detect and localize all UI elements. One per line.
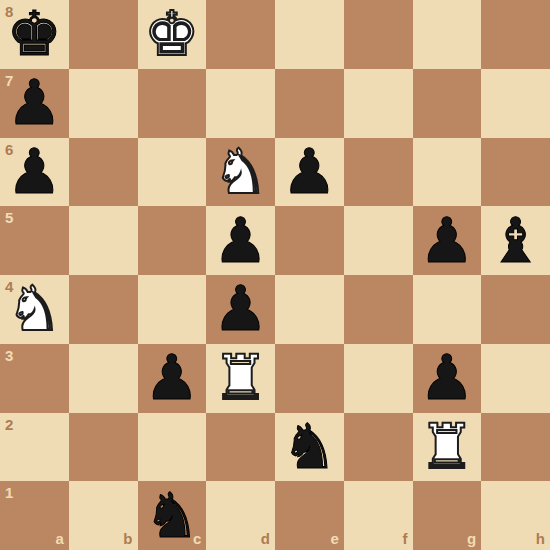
square-c1[interactable]: c♞ [138, 481, 207, 550]
square-g5[interactable]: ♟ [413, 206, 482, 275]
piece-black-pawn-e6[interactable]: ♟ [282, 138, 338, 206]
square-b8[interactable] [69, 0, 138, 69]
square-h8[interactable] [481, 0, 550, 69]
square-e2[interactable]: ♞ [275, 413, 344, 482]
piece-black-bishop-h5[interactable]: ♝ [488, 207, 544, 275]
square-h2[interactable] [481, 413, 550, 482]
chess-board: 8♚♚7♟6♟♞♟5♟♟♝4♞♟3♟♜♟2♞♜1abc♞defgh [0, 0, 550, 550]
piece-black-pawn-d5[interactable]: ♟ [213, 207, 269, 275]
square-g3[interactable]: ♟ [413, 344, 482, 413]
square-b4[interactable] [69, 275, 138, 344]
square-e6[interactable]: ♟ [275, 138, 344, 207]
square-h1[interactable]: h [481, 481, 550, 550]
file-label-f: f [403, 531, 408, 546]
rank-label-1: 1 [5, 485, 13, 500]
piece-black-pawn-c3[interactable]: ♟ [144, 344, 200, 412]
square-d6[interactable]: ♞ [206, 138, 275, 207]
square-b6[interactable] [69, 138, 138, 207]
square-c8[interactable]: ♚ [138, 0, 207, 69]
piece-black-pawn-g3[interactable]: ♟ [419, 344, 475, 412]
square-b2[interactable] [69, 413, 138, 482]
square-c2[interactable] [138, 413, 207, 482]
piece-white-knight-a4[interactable]: ♞ [7, 275, 63, 343]
piece-black-pawn-a6[interactable]: ♟ [7, 138, 63, 206]
file-label-d: d [261, 531, 270, 546]
square-c6[interactable] [138, 138, 207, 207]
piece-black-king-a8[interactable]: ♚ [7, 0, 63, 68]
piece-black-knight-e2[interactable]: ♞ [282, 413, 338, 481]
piece-black-pawn-g5[interactable]: ♟ [419, 207, 475, 275]
square-f2[interactable] [344, 413, 413, 482]
square-d2[interactable] [206, 413, 275, 482]
square-a7[interactable]: 7♟ [0, 69, 69, 138]
square-b3[interactable] [69, 344, 138, 413]
square-a2[interactable]: 2 [0, 413, 69, 482]
square-c5[interactable] [138, 206, 207, 275]
square-f6[interactable] [344, 138, 413, 207]
square-e5[interactable] [275, 206, 344, 275]
rank-label-3: 3 [5, 348, 13, 363]
square-d3[interactable]: ♜ [206, 344, 275, 413]
square-a5[interactable]: 5 [0, 206, 69, 275]
square-f7[interactable] [344, 69, 413, 138]
square-c4[interactable] [138, 275, 207, 344]
square-h7[interactable] [481, 69, 550, 138]
square-b1[interactable]: b [69, 481, 138, 550]
square-g8[interactable] [413, 0, 482, 69]
square-a1[interactable]: 1a [0, 481, 69, 550]
piece-black-pawn-d4[interactable]: ♟ [213, 275, 269, 343]
square-e1[interactable]: e [275, 481, 344, 550]
file-label-e: e [330, 531, 338, 546]
square-g6[interactable] [413, 138, 482, 207]
square-d1[interactable]: d [206, 481, 275, 550]
square-c7[interactable] [138, 69, 207, 138]
square-f3[interactable] [344, 344, 413, 413]
square-f1[interactable]: f [344, 481, 413, 550]
square-g2[interactable]: ♜ [413, 413, 482, 482]
file-label-h: h [536, 531, 545, 546]
square-d4[interactable]: ♟ [206, 275, 275, 344]
square-h3[interactable] [481, 344, 550, 413]
piece-white-rook-d3[interactable]: ♜ [213, 344, 269, 412]
piece-white-knight-d6[interactable]: ♞ [213, 138, 269, 206]
square-h5[interactable]: ♝ [481, 206, 550, 275]
square-a4[interactable]: 4♞ [0, 275, 69, 344]
piece-black-knight-c1[interactable]: ♞ [144, 482, 200, 550]
square-f4[interactable] [344, 275, 413, 344]
square-a3[interactable]: 3 [0, 344, 69, 413]
rank-label-2: 2 [5, 417, 13, 432]
square-c3[interactable]: ♟ [138, 344, 207, 413]
square-a6[interactable]: 6♟ [0, 138, 69, 207]
file-label-b: b [123, 531, 132, 546]
square-e7[interactable] [275, 69, 344, 138]
square-g4[interactable] [413, 275, 482, 344]
piece-white-king-c8[interactable]: ♚ [144, 0, 200, 68]
file-label-g: g [467, 531, 476, 546]
file-label-a: a [55, 531, 63, 546]
piece-black-pawn-a7[interactable]: ♟ [7, 69, 63, 137]
square-d7[interactable] [206, 69, 275, 138]
square-g7[interactable] [413, 69, 482, 138]
square-f5[interactable] [344, 206, 413, 275]
square-h4[interactable] [481, 275, 550, 344]
square-e3[interactable] [275, 344, 344, 413]
square-f8[interactable] [344, 0, 413, 69]
square-g1[interactable]: g [413, 481, 482, 550]
square-d5[interactable]: ♟ [206, 206, 275, 275]
square-e4[interactable] [275, 275, 344, 344]
square-h6[interactable] [481, 138, 550, 207]
square-d8[interactable] [206, 0, 275, 69]
square-e8[interactable] [275, 0, 344, 69]
rank-label-5: 5 [5, 210, 13, 225]
square-b7[interactable] [69, 69, 138, 138]
square-b5[interactable] [69, 206, 138, 275]
piece-white-rook-g2[interactable]: ♜ [419, 413, 475, 481]
square-a8[interactable]: 8♚ [0, 0, 69, 69]
